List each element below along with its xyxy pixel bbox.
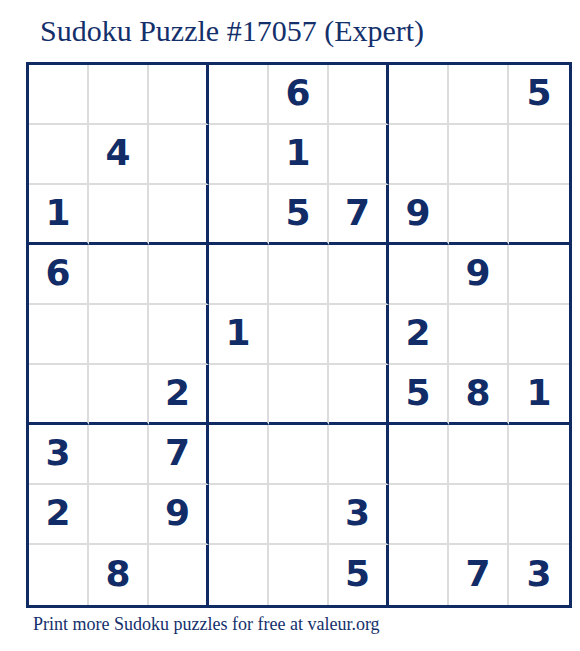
cell-r2c1[interactable] — [29, 125, 89, 185]
cell-r7c2[interactable] — [89, 425, 149, 485]
cell-r9c9[interactable]: 3 — [509, 545, 569, 605]
cell-r9c6[interactable]: 5 — [329, 545, 389, 605]
cell-r4c6[interactable] — [329, 245, 389, 305]
cell-r4c1[interactable]: 6 — [29, 245, 89, 305]
cell-r3c4[interactable] — [209, 185, 269, 245]
cell-r7c3[interactable]: 7 — [149, 425, 209, 485]
cell-r1c1[interactable] — [29, 65, 89, 125]
cell-r5c3[interactable] — [149, 305, 209, 365]
cell-r3c2[interactable] — [89, 185, 149, 245]
cell-r2c9[interactable] — [509, 125, 569, 185]
cell-r8c3[interactable]: 9 — [149, 485, 209, 545]
cell-r4c4[interactable] — [209, 245, 269, 305]
cell-r1c8[interactable] — [449, 65, 509, 125]
cell-r3c3[interactable] — [149, 185, 209, 245]
cell-r2c5[interactable]: 1 — [269, 125, 329, 185]
cell-r8c6[interactable]: 3 — [329, 485, 389, 545]
cell-r1c9[interactable]: 5 — [509, 65, 569, 125]
cell-r3c8[interactable] — [449, 185, 509, 245]
cell-r4c9[interactable] — [509, 245, 569, 305]
cell-r5c9[interactable] — [509, 305, 569, 365]
cell-r6c2[interactable] — [89, 365, 149, 425]
cell-r7c1[interactable]: 3 — [29, 425, 89, 485]
cell-r8c4[interactable] — [209, 485, 269, 545]
cell-r6c7[interactable]: 5 — [389, 365, 449, 425]
cell-r8c2[interactable] — [89, 485, 149, 545]
cell-r4c2[interactable] — [89, 245, 149, 305]
cell-r8c7[interactable] — [389, 485, 449, 545]
cell-r9c4[interactable] — [209, 545, 269, 605]
cell-r1c6[interactable] — [329, 65, 389, 125]
cell-r5c6[interactable] — [329, 305, 389, 365]
cell-r6c8[interactable]: 8 — [449, 365, 509, 425]
cell-r6c6[interactable] — [329, 365, 389, 425]
cell-r8c5[interactable] — [269, 485, 329, 545]
cell-r3c5[interactable]: 5 — [269, 185, 329, 245]
cell-r3c1[interactable]: 1 — [29, 185, 89, 245]
sudoku-grid: 6541157969122581372938573 — [26, 62, 572, 608]
cell-r7c5[interactable] — [269, 425, 329, 485]
cell-r5c5[interactable] — [269, 305, 329, 365]
footer-text: Print more Sudoku puzzles for free at va… — [33, 614, 380, 635]
cell-r9c5[interactable] — [269, 545, 329, 605]
cell-r3c6[interactable]: 7 — [329, 185, 389, 245]
cell-r9c3[interactable] — [149, 545, 209, 605]
cell-r4c8[interactable]: 9 — [449, 245, 509, 305]
cell-r9c8[interactable]: 7 — [449, 545, 509, 605]
cell-r8c8[interactable] — [449, 485, 509, 545]
cell-r7c7[interactable] — [389, 425, 449, 485]
cell-r1c5[interactable]: 6 — [269, 65, 329, 125]
cell-r5c1[interactable] — [29, 305, 89, 365]
cell-r5c8[interactable] — [449, 305, 509, 365]
cell-r5c2[interactable] — [89, 305, 149, 365]
page-title: Sudoku Puzzle #17057 (Expert) — [40, 14, 424, 48]
cell-r4c7[interactable] — [389, 245, 449, 305]
cell-r1c7[interactable] — [389, 65, 449, 125]
cell-r2c2[interactable]: 4 — [89, 125, 149, 185]
cell-r1c4[interactable] — [209, 65, 269, 125]
cell-r2c6[interactable] — [329, 125, 389, 185]
cell-r7c9[interactable] — [509, 425, 569, 485]
cell-r5c4[interactable]: 1 — [209, 305, 269, 365]
cell-r6c9[interactable]: 1 — [509, 365, 569, 425]
cell-r9c1[interactable] — [29, 545, 89, 605]
cell-r6c1[interactable] — [29, 365, 89, 425]
cell-r9c7[interactable] — [389, 545, 449, 605]
cell-r7c6[interactable] — [329, 425, 389, 485]
cell-r6c5[interactable] — [269, 365, 329, 425]
cell-r4c3[interactable] — [149, 245, 209, 305]
cell-r2c7[interactable] — [389, 125, 449, 185]
cell-r6c4[interactable] — [209, 365, 269, 425]
cell-r7c4[interactable] — [209, 425, 269, 485]
cell-r8c1[interactable]: 2 — [29, 485, 89, 545]
cell-r9c2[interactable]: 8 — [89, 545, 149, 605]
cell-r5c7[interactable]: 2 — [389, 305, 449, 365]
cell-r4c5[interactable] — [269, 245, 329, 305]
cell-r6c3[interactable]: 2 — [149, 365, 209, 425]
cell-r1c2[interactable] — [89, 65, 149, 125]
cell-r7c8[interactable] — [449, 425, 509, 485]
cell-r8c9[interactable] — [509, 485, 569, 545]
cell-r3c7[interactable]: 9 — [389, 185, 449, 245]
cell-r2c4[interactable] — [209, 125, 269, 185]
cell-r2c8[interactable] — [449, 125, 509, 185]
cell-r3c9[interactable] — [509, 185, 569, 245]
cell-r2c3[interactable] — [149, 125, 209, 185]
cell-r1c3[interactable] — [149, 65, 209, 125]
